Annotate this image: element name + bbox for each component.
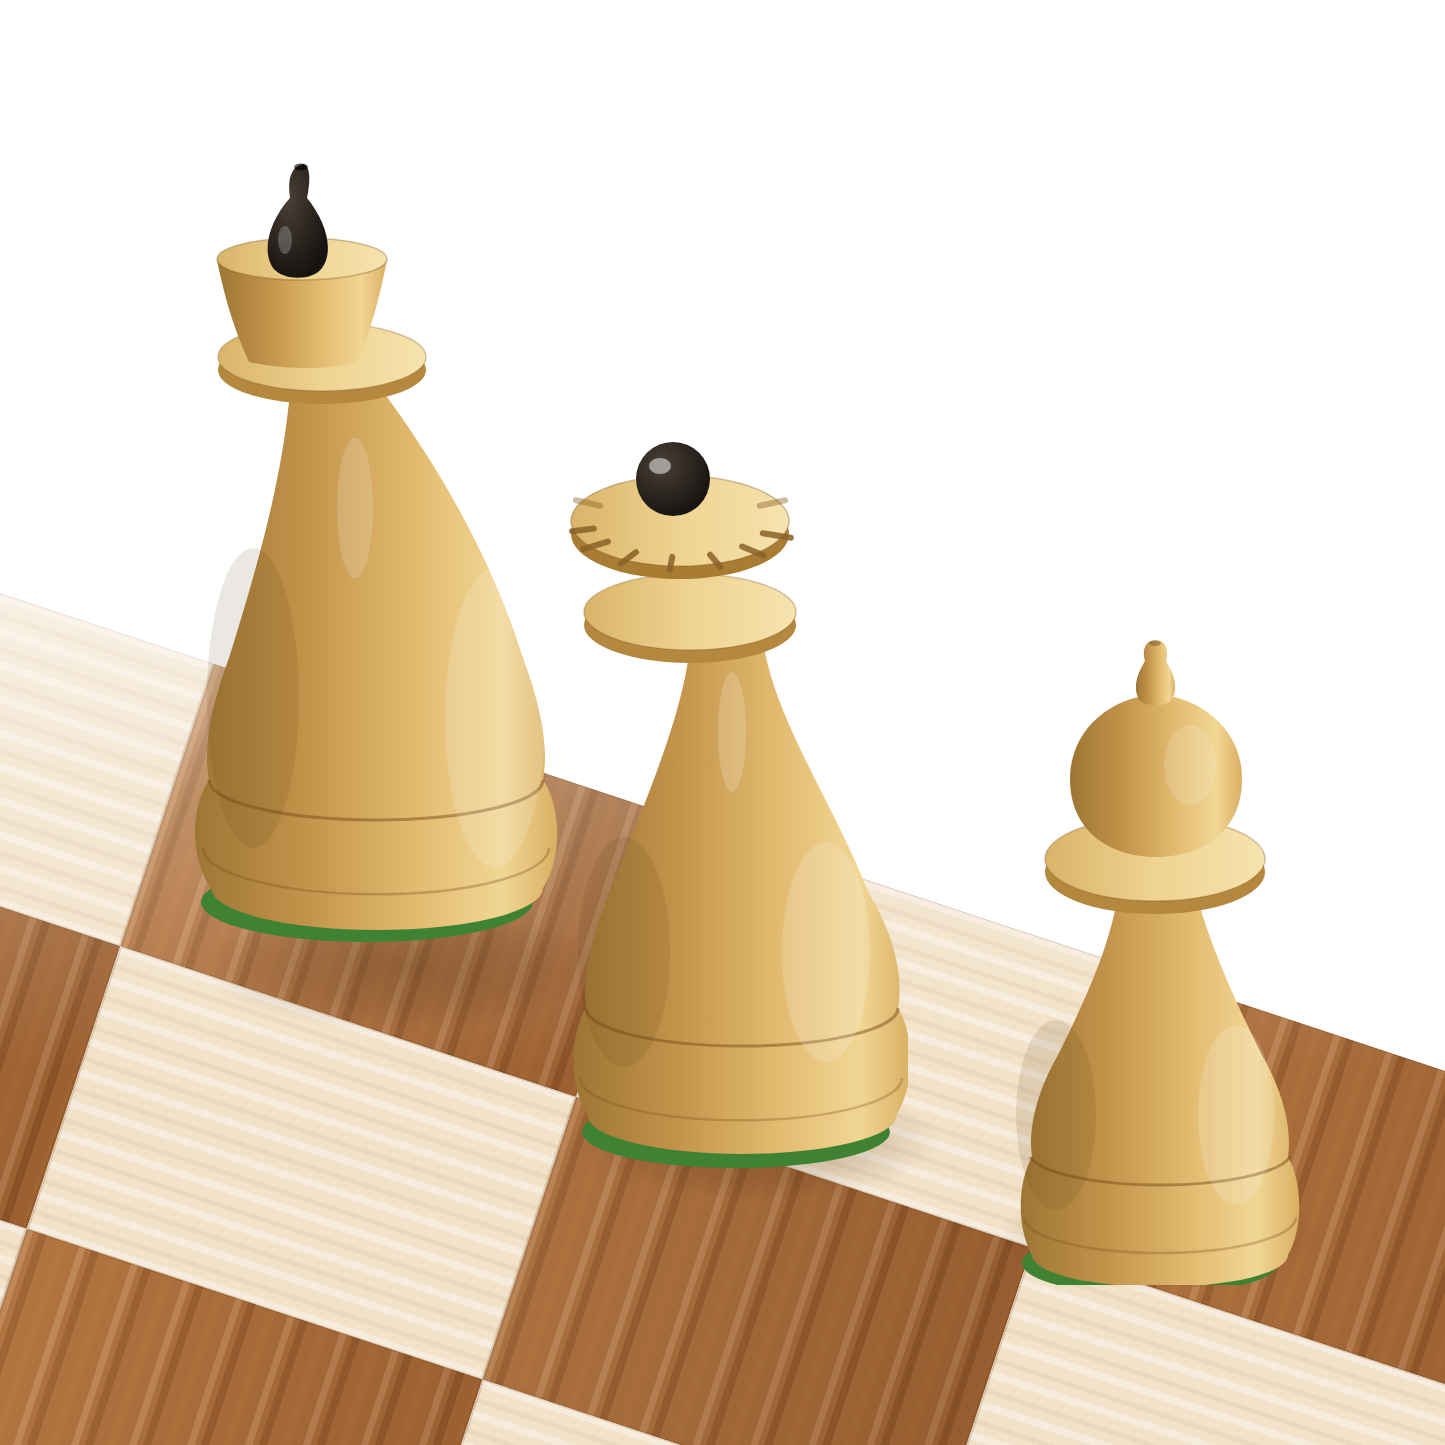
white-queen[interactable] <box>568 432 908 1177</box>
king-stem-sheen <box>337 438 373 578</box>
white-queen-graphic <box>568 432 908 1177</box>
white-bishop-graphic <box>1000 635 1310 1285</box>
bishop-shade <box>1016 1020 1096 1210</box>
king-shade <box>207 548 299 848</box>
queen-collar <box>584 574 796 650</box>
bishop-highlight <box>1198 1025 1274 1205</box>
bishop-dome-highlight <box>1164 725 1216 805</box>
king-finial-highlight <box>278 226 292 254</box>
bishop-dome <box>1070 695 1242 857</box>
queen-ball <box>636 442 710 516</box>
queen-highlight <box>782 842 870 1062</box>
bishop-spire <box>1136 641 1175 706</box>
king-highlight <box>445 568 545 868</box>
queen-ball-highlight <box>649 458 671 474</box>
bishop-spire-top <box>1149 640 1161 646</box>
king-finial <box>268 164 328 278</box>
white-bishop[interactable] <box>1000 635 1310 1285</box>
scene <box>0 0 1445 1445</box>
queen-stem-sheen <box>718 672 746 792</box>
queen-shade <box>578 837 670 1067</box>
king-finial-hole <box>294 164 308 171</box>
white-king-graphic <box>195 158 575 973</box>
white-king[interactable] <box>195 158 575 973</box>
